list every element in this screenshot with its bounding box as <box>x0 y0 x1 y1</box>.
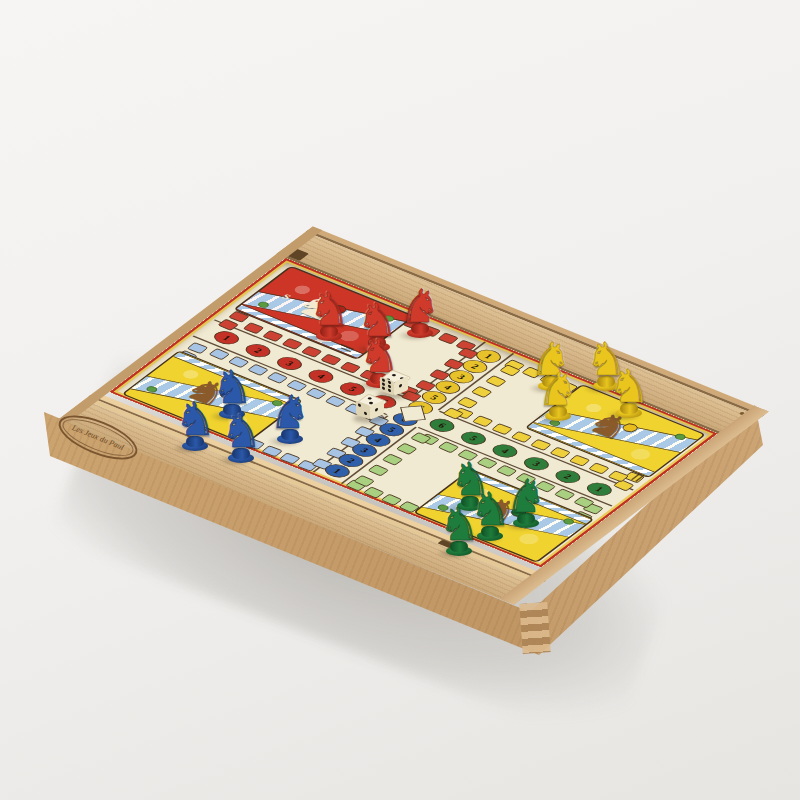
knight-head-glyph: ♞ <box>399 283 440 329</box>
knight-head-glyph: ♞ <box>269 389 310 435</box>
piece-yellow-horse[interactable]: ♞ <box>610 352 648 418</box>
die-showing-3[interactable] <box>355 391 385 421</box>
knight-head-glyph: ♞ <box>174 396 215 442</box>
piece-green-horse[interactable]: ♞ <box>507 462 545 528</box>
die-pip <box>367 397 373 400</box>
piece-red-horse[interactable]: ♞ <box>401 272 439 338</box>
piece-blue-horse[interactable]: ♞ <box>222 397 260 463</box>
die-pip <box>364 411 367 415</box>
knight-head-glyph: ♞ <box>308 286 349 332</box>
die-pip <box>375 408 378 412</box>
die-pip <box>388 388 391 392</box>
piece-blue-horse[interactable]: ♞ <box>176 385 214 451</box>
knight-head-glyph: ♞ <box>537 366 578 412</box>
knight-head-glyph: ♞ <box>608 363 649 409</box>
piece-red-horse[interactable]: ♞ <box>310 275 348 341</box>
product-photo-scene: 123456123456123456123456♞S♞♞♞ Les Jeux d… <box>0 0 800 800</box>
pieces-layer: ♞♞♞♞♞♞♞♞♞♞♞♞♞♞♞♞ <box>0 0 800 800</box>
die-pip <box>399 384 402 388</box>
piece-yellow-horse[interactable]: ♞ <box>539 355 577 421</box>
knight-head-glyph: ♞ <box>438 501 479 547</box>
piece-blue-horse[interactable]: ♞ <box>271 378 309 444</box>
piece-green-horse[interactable]: ♞ <box>440 490 478 556</box>
die-pip <box>391 374 397 377</box>
knight-head-glyph: ♞ <box>505 473 546 519</box>
die-pip <box>382 386 385 390</box>
knight-head-glyph: ♞ <box>220 408 261 454</box>
die-pip <box>358 403 361 407</box>
